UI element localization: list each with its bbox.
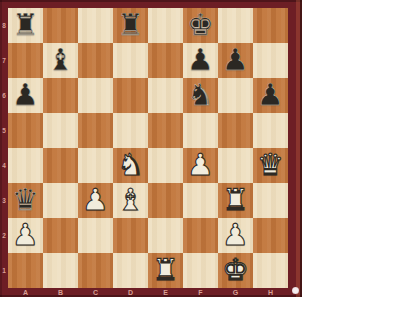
square-d4[interactable]: ♞ — [113, 148, 148, 183]
square-g3[interactable]: ♜ — [218, 183, 253, 218]
square-c3[interactable]: ♟ — [78, 183, 113, 218]
square-f6[interactable]: ♞ — [183, 78, 218, 113]
square-a7[interactable] — [8, 43, 43, 78]
square-g5[interactable] — [218, 113, 253, 148]
square-a5[interactable] — [8, 113, 43, 148]
square-c2[interactable] — [78, 218, 113, 253]
square-d7[interactable] — [113, 43, 148, 78]
square-c5[interactable] — [78, 113, 113, 148]
file-label-f: F — [183, 287, 218, 297]
square-b2[interactable] — [43, 218, 78, 253]
square-e3[interactable] — [148, 183, 183, 218]
rank-label-7: 7 — [0, 43, 8, 78]
square-f5[interactable] — [183, 113, 218, 148]
square-a4[interactable] — [8, 148, 43, 183]
file-labels: ABCDEFGH — [8, 287, 288, 297]
rank-label-1: 1 — [0, 253, 8, 288]
square-e4[interactable] — [148, 148, 183, 183]
file-label-g: G — [218, 287, 253, 297]
square-b1[interactable] — [43, 253, 78, 288]
square-d8[interactable]: ♜ — [113, 8, 148, 43]
piece-white-pawn[interactable]: ♟ — [12, 220, 39, 250]
square-f4[interactable]: ♟ — [183, 148, 218, 183]
square-f1[interactable] — [183, 253, 218, 288]
piece-black-knight[interactable]: ♞ — [187, 80, 214, 110]
piece-black-pawn[interactable]: ♟ — [257, 80, 284, 110]
square-c6[interactable] — [78, 78, 113, 113]
rank-label-4: 4 — [0, 148, 8, 183]
piece-black-king[interactable]: ♚ — [187, 10, 214, 40]
piece-white-rook[interactable]: ♜ — [152, 255, 179, 285]
square-g4[interactable] — [218, 148, 253, 183]
square-b7[interactable]: ♝ — [43, 43, 78, 78]
rank-label-6: 6 — [0, 78, 8, 113]
square-b8[interactable] — [43, 8, 78, 43]
board-grid: ♜♜♚♝♟♟♟♞♟♞♟♛♛♟♝♜♟♟♜♚ — [8, 8, 288, 288]
square-f2[interactable] — [183, 218, 218, 253]
piece-white-pawn[interactable]: ♟ — [82, 185, 109, 215]
square-a3[interactable]: ♛ — [8, 183, 43, 218]
square-c4[interactable] — [78, 148, 113, 183]
piece-black-pawn[interactable]: ♟ — [187, 45, 214, 75]
file-label-h: H — [253, 287, 288, 297]
square-b5[interactable] — [43, 113, 78, 148]
rank-label-8: 8 — [0, 8, 8, 43]
square-b4[interactable] — [43, 148, 78, 183]
chess-board: 87654321 ♜♜♚♝♟♟♟♞♟♞♟♛♛♟♝♜♟♟♜♚ ABCDEFGH — [0, 0, 302, 297]
square-e2[interactable] — [148, 218, 183, 253]
square-e6[interactable] — [148, 78, 183, 113]
piece-white-queen[interactable]: ♛ — [257, 150, 284, 180]
square-g7[interactable]: ♟ — [218, 43, 253, 78]
square-c8[interactable] — [78, 8, 113, 43]
piece-white-rook[interactable]: ♜ — [222, 185, 249, 215]
piece-black-pawn[interactable]: ♟ — [12, 80, 39, 110]
square-f3[interactable] — [183, 183, 218, 218]
piece-white-pawn[interactable]: ♟ — [222, 220, 249, 250]
file-label-d: D — [113, 287, 148, 297]
piece-white-pawn[interactable]: ♟ — [187, 150, 214, 180]
piece-white-bishop[interactable]: ♝ — [117, 185, 144, 215]
square-h7[interactable] — [253, 43, 288, 78]
piece-black-pawn[interactable]: ♟ — [222, 45, 249, 75]
square-h4[interactable]: ♛ — [253, 148, 288, 183]
piece-white-king[interactable]: ♚ — [222, 255, 249, 285]
piece-black-rook[interactable]: ♜ — [12, 10, 39, 40]
rank-label-3: 3 — [0, 183, 8, 218]
square-c1[interactable] — [78, 253, 113, 288]
square-g8[interactable] — [218, 8, 253, 43]
square-g1[interactable]: ♚ — [218, 253, 253, 288]
square-f8[interactable]: ♚ — [183, 8, 218, 43]
piece-white-knight[interactable]: ♞ — [117, 150, 144, 180]
square-e5[interactable] — [148, 113, 183, 148]
square-b6[interactable] — [43, 78, 78, 113]
square-f7[interactable]: ♟ — [183, 43, 218, 78]
square-g6[interactable] — [218, 78, 253, 113]
piece-black-bishop[interactable]: ♝ — [47, 45, 74, 75]
square-h1[interactable] — [253, 253, 288, 288]
rank-label-5: 5 — [0, 113, 8, 148]
square-e7[interactable] — [148, 43, 183, 78]
piece-black-rook[interactable]: ♜ — [117, 10, 144, 40]
file-label-c: C — [78, 287, 113, 297]
file-label-b: B — [43, 287, 78, 297]
square-h3[interactable] — [253, 183, 288, 218]
page-background: 87654321 ♜♜♚♝♟♟♟♞♟♞♟♛♛♟♝♜♟♟♜♚ ABCDEFGH — [0, 0, 414, 311]
square-h8[interactable] — [253, 8, 288, 43]
square-h6[interactable]: ♟ — [253, 78, 288, 113]
square-a2[interactable]: ♟ — [8, 218, 43, 253]
square-b3[interactable] — [43, 183, 78, 218]
square-a6[interactable]: ♟ — [8, 78, 43, 113]
rank-label-2: 2 — [0, 218, 8, 253]
square-c7[interactable] — [78, 43, 113, 78]
square-d3[interactable]: ♝ — [113, 183, 148, 218]
file-label-e: E — [148, 287, 183, 297]
square-e8[interactable] — [148, 8, 183, 43]
square-d5[interactable] — [113, 113, 148, 148]
square-d2[interactable] — [113, 218, 148, 253]
piece-black-queen[interactable]: ♛ — [12, 185, 39, 215]
square-a1[interactable] — [8, 253, 43, 288]
square-h2[interactable] — [253, 218, 288, 253]
square-e1[interactable]: ♜ — [148, 253, 183, 288]
square-d6[interactable] — [113, 78, 148, 113]
square-d1[interactable] — [113, 253, 148, 288]
square-h5[interactable] — [253, 113, 288, 148]
rank-labels: 87654321 — [0, 8, 8, 288]
file-label-a: A — [8, 287, 43, 297]
white-to-move-indicator — [292, 287, 299, 294]
square-g2[interactable]: ♟ — [218, 218, 253, 253]
square-a8[interactable]: ♜ — [8, 8, 43, 43]
